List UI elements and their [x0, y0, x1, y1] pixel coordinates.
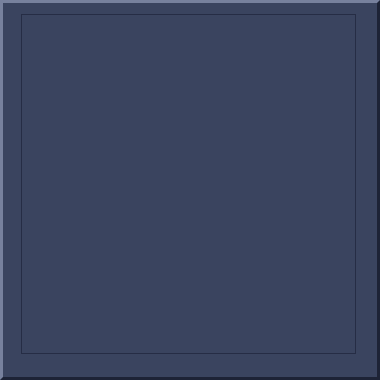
chess-board-frame: [0, 0, 380, 380]
chess-board: [22, 15, 355, 353]
